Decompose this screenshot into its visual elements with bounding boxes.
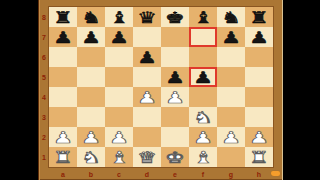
square-a6[interactable] xyxy=(49,47,77,67)
white-rook[interactable]: ♜ xyxy=(53,149,73,165)
square-h8[interactable]: ♜ xyxy=(245,7,273,27)
file-label-d: d xyxy=(133,168,161,180)
square-h4[interactable] xyxy=(245,87,273,107)
square-f5[interactable]: ♟ xyxy=(189,67,217,87)
square-h5[interactable] xyxy=(245,67,273,87)
chess-board-frame: 87654321 ♜♞♝♛♚♝♞♜♟♟♟♟♟♟♟♟♟♟♞♟♟♟♟♟♟♜♞♝♛♚♝… xyxy=(38,0,283,180)
white-bishop[interactable]: ♝ xyxy=(109,149,129,165)
square-f6[interactable] xyxy=(189,47,217,67)
square-c6[interactable] xyxy=(105,47,133,67)
white-knight[interactable]: ♞ xyxy=(193,109,213,125)
square-e4[interactable]: ♟ xyxy=(161,87,189,107)
black-pawn[interactable]: ♟ xyxy=(165,69,185,85)
square-a8[interactable]: ♜ xyxy=(49,7,77,27)
black-queen[interactable]: ♛ xyxy=(137,9,157,25)
square-h3[interactable] xyxy=(245,107,273,127)
rank-label-4: 4 xyxy=(39,87,49,107)
file-label-a: a xyxy=(49,168,77,180)
square-c7[interactable]: ♟ xyxy=(105,27,133,47)
white-pawn[interactable]: ♟ xyxy=(221,129,241,145)
square-c5[interactable] xyxy=(105,67,133,87)
square-h7[interactable]: ♟ xyxy=(245,27,273,47)
square-f8[interactable]: ♝ xyxy=(189,7,217,27)
square-a1[interactable]: ♜ xyxy=(49,147,77,167)
square-f2[interactable]: ♟ xyxy=(189,127,217,147)
square-f1[interactable]: ♝ xyxy=(189,147,217,167)
square-a3[interactable] xyxy=(49,107,77,127)
square-a4[interactable] xyxy=(49,87,77,107)
square-d4[interactable]: ♟ xyxy=(133,87,161,107)
square-b7[interactable]: ♟ xyxy=(77,27,105,47)
black-pawn[interactable]: ♟ xyxy=(109,29,129,45)
square-e7[interactable] xyxy=(161,27,189,47)
white-pawn[interactable]: ♟ xyxy=(109,129,129,145)
square-d7[interactable] xyxy=(133,27,161,47)
square-g5[interactable] xyxy=(217,67,245,87)
video-frame: 87654321 ♜♞♝♛♚♝♞♜♟♟♟♟♟♟♟♟♟♟♞♟♟♟♟♟♟♜♞♝♛♚♝… xyxy=(0,0,320,180)
square-b1[interactable]: ♞ xyxy=(77,147,105,167)
black-knight[interactable]: ♞ xyxy=(221,9,241,25)
rank-label-8: 8 xyxy=(39,7,49,27)
black-pawn[interactable]: ♟ xyxy=(249,29,269,45)
square-d5[interactable] xyxy=(133,67,161,87)
square-a5[interactable] xyxy=(49,67,77,87)
square-c4[interactable] xyxy=(105,87,133,107)
white-pawn[interactable]: ♟ xyxy=(81,129,101,145)
square-g3[interactable] xyxy=(217,107,245,127)
file-label-h: h xyxy=(245,168,273,180)
square-a2[interactable]: ♟ xyxy=(49,127,77,147)
white-king[interactable]: ♚ xyxy=(165,149,185,165)
square-d6[interactable]: ♟ xyxy=(133,47,161,67)
rank-label-7: 7 xyxy=(39,27,49,47)
square-g7[interactable]: ♟ xyxy=(217,27,245,47)
square-h6[interactable] xyxy=(245,47,273,67)
black-pawn[interactable]: ♟ xyxy=(53,29,73,45)
square-e6[interactable] xyxy=(161,47,189,67)
white-pawn[interactable]: ♟ xyxy=(137,89,157,105)
rank-label-3: 3 xyxy=(39,107,49,127)
white-queen[interactable]: ♛ xyxy=(137,149,157,165)
square-b3[interactable] xyxy=(77,107,105,127)
white-rook[interactable]: ♜ xyxy=(249,149,269,165)
file-label-c: c xyxy=(105,168,133,180)
square-g4[interactable] xyxy=(217,87,245,107)
square-g2[interactable]: ♟ xyxy=(217,127,245,147)
white-pawn[interactable]: ♟ xyxy=(249,129,269,145)
black-pawn[interactable]: ♟ xyxy=(81,29,101,45)
square-e1[interactable]: ♚ xyxy=(161,147,189,167)
white-knight[interactable]: ♞ xyxy=(81,149,101,165)
square-a7[interactable]: ♟ xyxy=(49,27,77,47)
rank-label-1: 1 xyxy=(39,147,49,167)
chess-board[interactable]: ♜♞♝♛♚♝♞♜♟♟♟♟♟♟♟♟♟♟♞♟♟♟♟♟♟♜♞♝♛♚♝♜ xyxy=(49,7,273,167)
square-c1[interactable]: ♝ xyxy=(105,147,133,167)
square-d1[interactable]: ♛ xyxy=(133,147,161,167)
square-f7[interactable] xyxy=(189,27,217,47)
black-pawn[interactable]: ♟ xyxy=(193,69,213,85)
black-bishop[interactable]: ♝ xyxy=(193,9,213,25)
square-h1[interactable]: ♜ xyxy=(245,147,273,167)
white-pawn[interactable]: ♟ xyxy=(193,129,213,145)
square-g8[interactable]: ♞ xyxy=(217,7,245,27)
square-e5[interactable]: ♟ xyxy=(161,67,189,87)
square-b6[interactable] xyxy=(77,47,105,67)
file-label-e: e xyxy=(161,168,189,180)
file-label-b: b xyxy=(77,168,105,180)
rank-label-5: 5 xyxy=(39,67,49,87)
square-d2[interactable] xyxy=(133,127,161,147)
black-rook[interactable]: ♜ xyxy=(53,9,73,25)
square-b8[interactable]: ♞ xyxy=(77,7,105,27)
square-b4[interactable] xyxy=(77,87,105,107)
square-g1[interactable] xyxy=(217,147,245,167)
square-e2[interactable] xyxy=(161,127,189,147)
black-knight[interactable]: ♞ xyxy=(81,9,101,25)
black-pawn[interactable]: ♟ xyxy=(137,49,157,65)
square-d8[interactable]: ♛ xyxy=(133,7,161,27)
square-f3[interactable]: ♞ xyxy=(189,107,217,127)
white-pawn[interactable]: ♟ xyxy=(53,129,73,145)
square-c3[interactable] xyxy=(105,107,133,127)
square-g6[interactable] xyxy=(217,47,245,67)
square-d3[interactable] xyxy=(133,107,161,127)
rank-label-6: 6 xyxy=(39,47,49,67)
square-b5[interactable] xyxy=(77,67,105,87)
black-bishop[interactable]: ♝ xyxy=(109,9,129,25)
file-label-g: g xyxy=(217,168,245,180)
square-c8[interactable]: ♝ xyxy=(105,7,133,27)
rank-label-2: 2 xyxy=(39,127,49,147)
black-pawn[interactable]: ♟ xyxy=(221,29,241,45)
square-e8[interactable]: ♚ xyxy=(161,7,189,27)
square-b2[interactable]: ♟ xyxy=(77,127,105,147)
white-bishop[interactable]: ♝ xyxy=(193,149,213,165)
black-king[interactable]: ♚ xyxy=(165,9,185,25)
hand-icon xyxy=(271,171,280,176)
square-e3[interactable] xyxy=(161,107,189,127)
square-f4[interactable] xyxy=(189,87,217,107)
square-h2[interactable]: ♟ xyxy=(245,127,273,147)
black-rook[interactable]: ♜ xyxy=(249,9,269,25)
file-label-f: f xyxy=(189,168,217,180)
square-c2[interactable]: ♟ xyxy=(105,127,133,147)
white-pawn[interactable]: ♟ xyxy=(165,89,185,105)
